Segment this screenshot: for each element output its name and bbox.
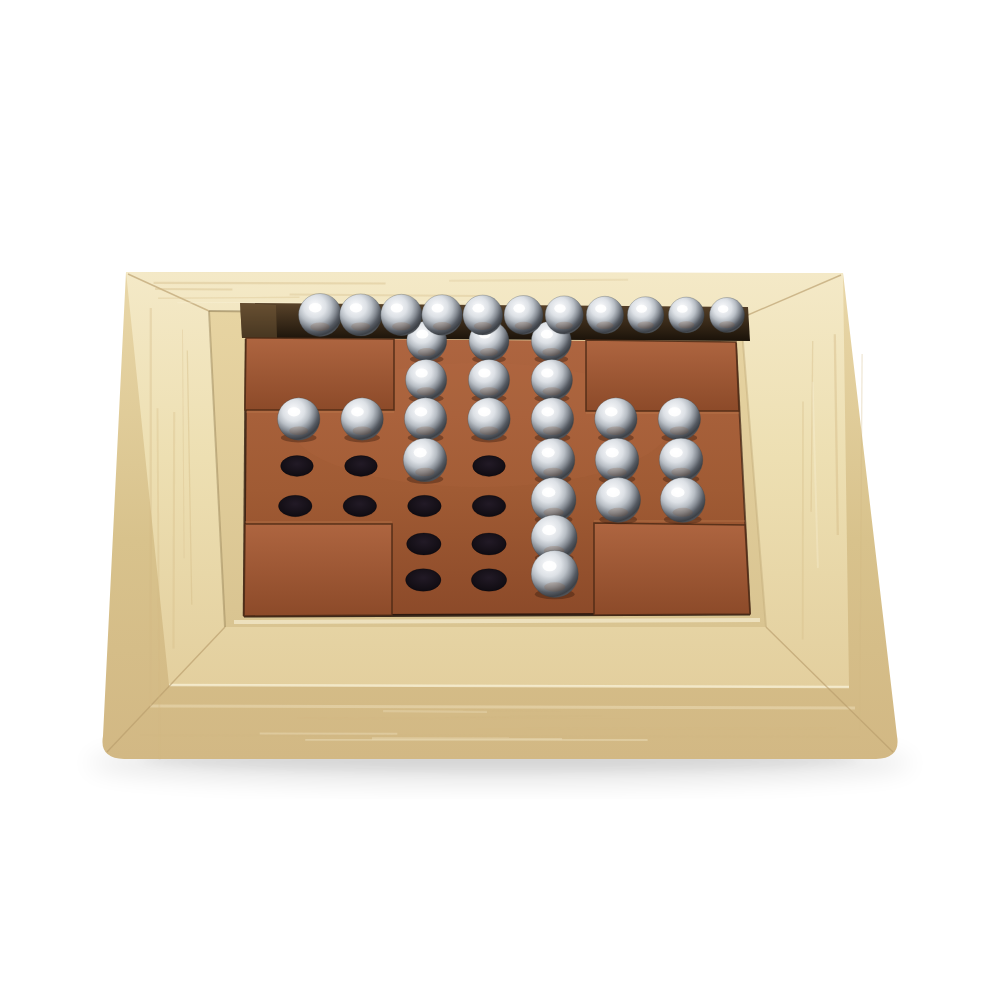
product-photo-peg-solitaire <box>0 0 1000 1000</box>
marble-r2c3-specular <box>415 368 427 377</box>
marble-r5c6-specular <box>607 487 620 497</box>
tray-marble-5-reflection <box>474 322 492 330</box>
marble-r3c3-specular <box>415 407 428 416</box>
marble-r7c5-reflection <box>544 582 565 591</box>
tray-marble-4-specular <box>432 304 444 313</box>
marble-r2c5-reflection <box>543 387 562 395</box>
marble-r4c7-specular <box>670 448 683 458</box>
hole-r4c2[interactable] <box>345 456 378 477</box>
hole-r7c3[interactable] <box>406 569 441 592</box>
corner-block-tl <box>245 338 394 410</box>
marble-r2c5-specular <box>541 368 553 377</box>
marble-r7c5-specular <box>542 561 556 571</box>
tray-marble-11-specular <box>718 305 729 313</box>
marble-r1c3-reflection <box>418 348 436 356</box>
marble-r5c5-specular <box>542 487 555 497</box>
hole-r6c4[interactable] <box>472 533 507 555</box>
marble-r4c5-reflection <box>543 468 563 477</box>
marble-r3c2-reflection <box>353 426 372 434</box>
tray-marble-7-reflection <box>556 322 573 330</box>
marble-r3c5-reflection <box>543 426 562 434</box>
marble-r3c7-specular <box>668 407 681 416</box>
wood-grain <box>158 297 299 298</box>
wood-grain <box>383 711 487 712</box>
marble-r3c2-specular <box>351 407 364 416</box>
wood-grain <box>476 728 836 729</box>
tray-marble-10-specular <box>677 305 688 313</box>
marble-r4c7-reflection <box>671 468 691 477</box>
marble-r4c6-reflection <box>607 468 627 477</box>
tray-marble-8-reflection <box>596 322 613 329</box>
marble-r1c4-reflection <box>480 348 498 356</box>
marble-r2c3-reflection <box>417 387 436 395</box>
marble-r3c1-specular <box>288 407 301 416</box>
marble-r2c4-reflection <box>480 387 499 395</box>
tray-marble-9-specular <box>636 305 647 313</box>
hole-r7c4[interactable] <box>471 569 506 592</box>
tray-marble-8-specular <box>595 305 606 313</box>
marble-r3c3-reflection <box>416 426 435 434</box>
tray-marble-3-specular <box>391 303 403 312</box>
tray-marble-9-reflection <box>637 321 653 328</box>
peg-solitaire-board <box>0 0 1000 1000</box>
hole-r5c3[interactable] <box>408 495 442 516</box>
tray-marble-2-reflection <box>351 322 370 330</box>
tray-marble-10-reflection <box>678 321 694 328</box>
tray-marble-1-reflection <box>310 323 329 332</box>
marble-r3c7-reflection <box>670 426 689 434</box>
marble-r5c7-specular <box>671 487 684 497</box>
marble-r1c5-reflection <box>542 348 560 356</box>
marble-r1c3-specular <box>416 330 428 339</box>
tray-marble-11-reflection <box>719 321 735 328</box>
marble-r6c5-specular <box>542 525 556 535</box>
tray-marble-3-reflection <box>392 322 411 330</box>
marble-r4c3-reflection <box>415 468 435 477</box>
hole-r5c1[interactable] <box>278 495 312 516</box>
hole-r5c4[interactable] <box>472 495 506 516</box>
marble-r4c3-specular <box>414 448 427 458</box>
tray-marble-6-specular <box>513 304 525 313</box>
wood-grain <box>154 283 386 284</box>
corner-block-bl <box>244 524 392 616</box>
corner-block-br <box>594 523 750 615</box>
hole-r6c3[interactable] <box>407 533 442 555</box>
tray-marble-4-reflection <box>433 322 451 330</box>
hole-r5c2[interactable] <box>343 495 377 516</box>
wood-grain <box>449 280 628 281</box>
hole-r4c1[interactable] <box>281 456 314 477</box>
marble-r1c5-specular <box>541 330 553 339</box>
sill-bottom-highlight <box>234 620 760 622</box>
marble-r5c6-reflection <box>608 508 628 517</box>
marble-r5c7-reflection <box>673 508 693 517</box>
hole-r4c4[interactable] <box>473 456 506 477</box>
marble-r3c5-specular <box>541 407 554 416</box>
marble-r3c1-reflection <box>289 426 308 434</box>
tray-marble-5-specular <box>472 304 484 313</box>
marble-r3c6-reflection <box>606 426 625 434</box>
marble-r2c4-specular <box>478 368 490 377</box>
tray-marble-2-specular <box>350 303 363 312</box>
tray-marble-7-specular <box>554 304 565 312</box>
groove-end-light <box>240 303 277 338</box>
tray-marble-1-specular <box>309 303 322 312</box>
marble-r3c4-specular <box>478 407 491 416</box>
marble-r4c6-specular <box>606 448 619 458</box>
tray-marble-6-reflection <box>515 322 533 330</box>
frame-front-streak <box>150 706 855 708</box>
marble-r3c4-reflection <box>479 426 498 434</box>
wood-grain <box>155 289 232 290</box>
marble-r4c5-specular <box>542 448 555 458</box>
wood-grain <box>174 412 175 649</box>
marble-r3c6-specular <box>605 407 618 416</box>
